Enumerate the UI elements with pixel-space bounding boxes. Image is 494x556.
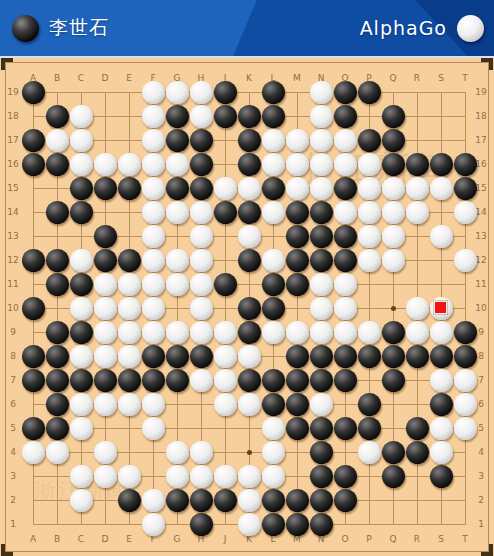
stone-black [94, 369, 117, 392]
stone-white [142, 393, 165, 416]
stone-white [358, 249, 381, 272]
stone-white [214, 345, 237, 368]
stone-black [286, 513, 309, 536]
stone-white [190, 81, 213, 104]
stone-white [166, 249, 189, 272]
stone-white [70, 129, 93, 152]
stone-white [94, 393, 117, 416]
stone-white [334, 321, 357, 344]
stone-white [118, 393, 141, 416]
stone-white [214, 177, 237, 200]
stone-black [430, 393, 453, 416]
stone-black [238, 249, 261, 272]
stone-black [310, 369, 333, 392]
stone-black [142, 369, 165, 392]
col-label-bottom: B [49, 534, 65, 544]
stone-white [166, 321, 189, 344]
stone-black [22, 369, 45, 392]
col-label-top: E [121, 73, 137, 83]
stone-black [94, 249, 117, 272]
row-label-right: 11 [472, 279, 490, 289]
stone-black [238, 153, 261, 176]
col-label-bottom: S [433, 534, 449, 544]
stone-black [310, 441, 333, 464]
stone-black [22, 417, 45, 440]
stone-white [454, 201, 477, 224]
row-label-left: 19 [4, 87, 22, 97]
stone-black [238, 369, 261, 392]
stone-black [334, 105, 357, 128]
corner-ornament-top-left [1, 58, 13, 70]
row-label-left: 11 [4, 279, 22, 289]
stone-black [46, 417, 69, 440]
stone-white [94, 297, 117, 320]
row-label-left: 8 [4, 351, 22, 361]
stone-black [190, 513, 213, 536]
stone-white [262, 465, 285, 488]
stone-black [382, 129, 405, 152]
stone-black [382, 345, 405, 368]
stone-black [334, 489, 357, 512]
stone-black [286, 345, 309, 368]
stone-black [334, 465, 357, 488]
star-point [391, 306, 396, 311]
stone-white [142, 417, 165, 440]
stone-white [454, 393, 477, 416]
stone-black [46, 273, 69, 296]
col-label-top: M [289, 73, 305, 83]
stone-white [238, 513, 261, 536]
stone-white [166, 273, 189, 296]
stone-white [214, 369, 237, 392]
col-label-top: C [73, 73, 89, 83]
stone-black [262, 177, 285, 200]
row-label-left: 10 [4, 303, 22, 313]
stone-black [166, 369, 189, 392]
stone-black [334, 249, 357, 272]
stone-black [454, 321, 477, 344]
stone-white [310, 129, 333, 152]
stone-white [166, 81, 189, 104]
row-label-right: 19 [472, 87, 490, 97]
stone-black [70, 177, 93, 200]
stone-white [406, 177, 429, 200]
col-label-bottom: Q [385, 534, 401, 544]
stone-black [334, 369, 357, 392]
stone-white [358, 441, 381, 464]
stone-white [70, 417, 93, 440]
stone-white [454, 417, 477, 440]
stone-white [310, 81, 333, 104]
stone-black [214, 201, 237, 224]
stone-black [190, 489, 213, 512]
stone-black [286, 201, 309, 224]
stone-black [382, 321, 405, 344]
stone-white [430, 441, 453, 464]
stone-white [430, 321, 453, 344]
white-player-name: AlphaGo [360, 17, 447, 39]
row-label-left: 16 [4, 159, 22, 169]
stone-black [118, 177, 141, 200]
stone-black [310, 225, 333, 248]
stone-white [454, 249, 477, 272]
stone-white [70, 465, 93, 488]
stone-black [358, 81, 381, 104]
stone-black [454, 345, 477, 368]
col-label-top: B [49, 73, 65, 83]
grid-line-h [33, 428, 466, 429]
stone-white [310, 105, 333, 128]
corner-ornament-bottom-left [1, 544, 13, 556]
stone-black [382, 441, 405, 464]
stone-black [310, 201, 333, 224]
stone-white [382, 249, 405, 272]
stone-black [94, 177, 117, 200]
stone-white [310, 177, 333, 200]
stone-white [142, 201, 165, 224]
stone-black [70, 369, 93, 392]
stone-white [70, 249, 93, 272]
white-player: AlphaGo [360, 0, 484, 56]
col-label-top: Q [385, 73, 401, 83]
stone-white [142, 129, 165, 152]
row-label-left: 3 [4, 471, 22, 481]
stone-white [142, 273, 165, 296]
stone-black [286, 369, 309, 392]
stone-black [454, 177, 477, 200]
stone-white [238, 489, 261, 512]
stone-black [430, 465, 453, 488]
stone-black [286, 393, 309, 416]
col-label-top: S [433, 73, 449, 83]
stone-black [310, 465, 333, 488]
stone-white [262, 249, 285, 272]
stone-white [166, 201, 189, 224]
stone-black [406, 441, 429, 464]
stone-black [214, 81, 237, 104]
stone-white [358, 225, 381, 248]
row-label-right: 13 [472, 231, 490, 241]
stone-black [22, 129, 45, 152]
stone-white [94, 153, 117, 176]
stone-white [166, 153, 189, 176]
stone-black [382, 465, 405, 488]
stone-white [430, 417, 453, 440]
stone-black [358, 417, 381, 440]
col-label-bottom: O [337, 534, 353, 544]
stone-black [46, 153, 69, 176]
stone-black [310, 513, 333, 536]
col-label-top: R [409, 73, 425, 83]
stone-black [46, 369, 69, 392]
stone-black [262, 81, 285, 104]
stone-white [430, 369, 453, 392]
stone-black [286, 249, 309, 272]
col-label-bottom: J [217, 534, 233, 544]
stone-white [94, 321, 117, 344]
stone-black [214, 273, 237, 296]
stone-black [190, 177, 213, 200]
col-label-bottom: C [73, 534, 89, 544]
stone-black [262, 369, 285, 392]
corner-ornament-top-right [481, 58, 493, 70]
stone-black [214, 105, 237, 128]
stone-black [46, 201, 69, 224]
stone-white [286, 321, 309, 344]
stone-black [286, 489, 309, 512]
black-player-name: 李世石 [49, 15, 109, 41]
row-label-left: 13 [4, 231, 22, 241]
stone-white [262, 321, 285, 344]
stone-white [142, 81, 165, 104]
stone-black [406, 153, 429, 176]
row-label-left: 2 [4, 495, 22, 505]
stone-white [118, 153, 141, 176]
stone-white [334, 129, 357, 152]
stone-white [190, 249, 213, 272]
stone-black [262, 489, 285, 512]
stone-black [46, 321, 69, 344]
stone-black [310, 249, 333, 272]
stone-white [286, 177, 309, 200]
stone-black [238, 129, 261, 152]
stone-white [46, 441, 69, 464]
stone-white [142, 321, 165, 344]
stone-black [406, 417, 429, 440]
row-label-right: 1 [472, 519, 490, 529]
stone-black [166, 345, 189, 368]
stone-white [334, 297, 357, 320]
stone-black [406, 345, 429, 368]
stone-white [190, 105, 213, 128]
stone-white [142, 225, 165, 248]
stone-white [310, 297, 333, 320]
stone-white [382, 225, 405, 248]
stone-white [94, 465, 117, 488]
stone-white [334, 201, 357, 224]
corner-ornament-bottom-right [481, 544, 493, 556]
stone-white [142, 177, 165, 200]
go-board[interactable]: 浙江新闻 浙江新闻 AABBCCDDEEFFGGHHJJKKLLMMNNOOPP… [0, 58, 494, 556]
stone-white [70, 393, 93, 416]
col-label-bottom: A [25, 534, 41, 544]
col-label-bottom: T [457, 534, 473, 544]
stone-white [142, 153, 165, 176]
row-label-left: 6 [4, 399, 22, 409]
stone-black [430, 153, 453, 176]
stone-black [358, 129, 381, 152]
stone-black [46, 249, 69, 272]
stone-black [46, 105, 69, 128]
stone-white [22, 441, 45, 464]
stone-white [262, 153, 285, 176]
stone-white [118, 297, 141, 320]
stone-black [310, 345, 333, 368]
stone-black [214, 489, 237, 512]
row-label-left: 12 [4, 255, 22, 265]
stone-white [142, 489, 165, 512]
stone-white [406, 201, 429, 224]
star-point [247, 450, 252, 455]
stone-white [190, 297, 213, 320]
black-stone-icon [12, 15, 39, 42]
stone-black [286, 273, 309, 296]
stone-black [334, 417, 357, 440]
stone-black [22, 153, 45, 176]
stone-white [358, 321, 381, 344]
stone-white [262, 201, 285, 224]
stone-black [286, 417, 309, 440]
stone-black [334, 345, 357, 368]
stone-white [214, 321, 237, 344]
stone-white [286, 153, 309, 176]
col-label-top: K [241, 73, 257, 83]
stone-black [262, 393, 285, 416]
stone-black [262, 297, 285, 320]
col-label-bottom: E [121, 534, 137, 544]
row-label-left: 17 [4, 135, 22, 145]
stone-white [358, 177, 381, 200]
stone-white [190, 321, 213, 344]
row-label-left: 1 [4, 519, 22, 529]
stone-black [118, 489, 141, 512]
stone-black [382, 105, 405, 128]
stone-white [214, 465, 237, 488]
stone-white [430, 225, 453, 248]
stone-white [94, 273, 117, 296]
stone-white [46, 129, 69, 152]
stone-black [22, 297, 45, 320]
stone-black [142, 345, 165, 368]
stone-white [454, 369, 477, 392]
stone-white [358, 153, 381, 176]
stone-black [358, 393, 381, 416]
stone-black [358, 345, 381, 368]
stone-black [190, 153, 213, 176]
stone-white [262, 441, 285, 464]
stone-black [22, 81, 45, 104]
match-header: 李世石 AlphaGo [0, 0, 494, 58]
stone-black [334, 177, 357, 200]
stone-black [46, 393, 69, 416]
stone-black [70, 273, 93, 296]
stone-black [70, 201, 93, 224]
stone-black [334, 225, 357, 248]
stone-white [70, 105, 93, 128]
stone-black [334, 81, 357, 104]
stone-white [190, 273, 213, 296]
stone-black [238, 105, 261, 128]
stone-black [430, 345, 453, 368]
stone-white [238, 225, 261, 248]
black-player: 李世石 [12, 0, 109, 56]
stone-white [70, 153, 93, 176]
stone-black [454, 153, 477, 176]
row-label-left: 9 [4, 327, 22, 337]
stone-white [190, 201, 213, 224]
stone-black [262, 105, 285, 128]
row-label-right: 17 [472, 135, 490, 145]
stone-black [118, 369, 141, 392]
stone-white [118, 345, 141, 368]
stone-white [166, 465, 189, 488]
stone-white [142, 513, 165, 536]
stone-black [166, 489, 189, 512]
stone-white [430, 177, 453, 200]
stone-black [166, 129, 189, 152]
row-label-left: 15 [4, 183, 22, 193]
stone-white [118, 465, 141, 488]
stone-white [70, 489, 93, 512]
white-stone-icon [457, 15, 484, 42]
row-label-left: 14 [4, 207, 22, 217]
stone-black [262, 273, 285, 296]
stone-white [310, 321, 333, 344]
stone-black [382, 369, 405, 392]
stone-black [310, 417, 333, 440]
row-label-left: 5 [4, 423, 22, 433]
col-label-top: D [97, 73, 113, 83]
row-label-right: 2 [472, 495, 490, 505]
stone-white [406, 297, 429, 320]
stone-white [70, 345, 93, 368]
stone-white [142, 249, 165, 272]
stone-black [238, 321, 261, 344]
stone-black [22, 345, 45, 368]
col-label-bottom: P [361, 534, 377, 544]
col-label-bottom: G [169, 534, 185, 544]
stone-white [262, 417, 285, 440]
row-label-right: 10 [472, 303, 490, 313]
stone-white [214, 393, 237, 416]
stone-white [238, 177, 261, 200]
stone-black [22, 249, 45, 272]
stone-white [286, 129, 309, 152]
stone-black [286, 225, 309, 248]
stone-white [310, 393, 333, 416]
stone-white [310, 153, 333, 176]
stone-white [238, 465, 261, 488]
stone-white [382, 201, 405, 224]
col-label-bottom: R [409, 534, 425, 544]
stone-black [238, 201, 261, 224]
row-label-left: 18 [4, 111, 22, 121]
stone-white [382, 177, 405, 200]
stone-black [166, 105, 189, 128]
stone-white [190, 441, 213, 464]
stone-white [262, 129, 285, 152]
stone-black [118, 249, 141, 272]
row-label-right: 18 [472, 111, 490, 121]
stone-white [238, 345, 261, 368]
last-move-marker [434, 301, 447, 314]
stone-black [262, 513, 285, 536]
stone-black [238, 297, 261, 320]
row-label-right: 4 [472, 447, 490, 457]
row-label-right: 3 [472, 471, 490, 481]
stone-white [118, 273, 141, 296]
stone-black [190, 129, 213, 152]
stone-white [334, 273, 357, 296]
stone-black [46, 345, 69, 368]
stone-white [142, 105, 165, 128]
stone-white [238, 393, 261, 416]
stone-white [190, 225, 213, 248]
stone-white [406, 321, 429, 344]
stone-white [70, 297, 93, 320]
stone-white [166, 441, 189, 464]
stone-black [382, 153, 405, 176]
